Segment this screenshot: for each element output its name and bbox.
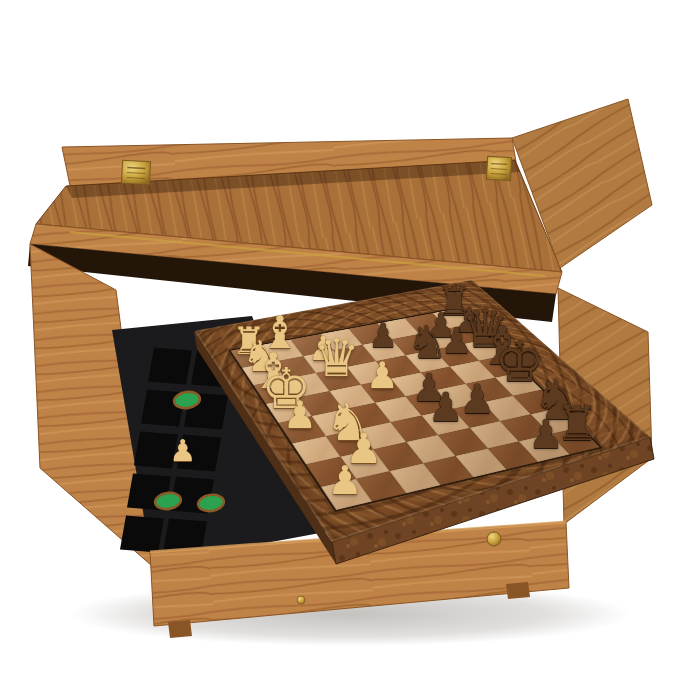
piece-white-P-h1[interactable]: ♟ <box>327 461 362 501</box>
box-foot-left <box>168 620 192 638</box>
brass-pin <box>297 596 305 604</box>
tray-slot <box>120 516 164 553</box>
tray-slot <box>148 348 192 385</box>
piece-black-N-c6[interactable]: ♞ <box>407 320 448 366</box>
piece-black-P-f6[interactable]: ♟ <box>459 380 495 420</box>
brass-plaque-right <box>486 156 511 180</box>
piece-white-P-e1[interactable]: ♟ <box>283 397 317 435</box>
piece-black-P-f5[interactable]: ♟ <box>428 387 464 427</box>
tray-standing-piece[interactable]: ♟ <box>170 436 197 466</box>
piece-white-P-d4[interactable]: ♟ <box>366 358 399 395</box>
brass-plaque-left <box>121 160 150 184</box>
chess-set-photo: ♜♟♛♝♚♞♜♟♟♟♞♟♟♟♟♟♟♛♝♞♟♜♞♝♚♟♟♟ <box>0 0 690 690</box>
piece-black-P-b5[interactable]: ♟ <box>368 320 398 354</box>
box-foot-right <box>506 582 530 599</box>
brass-medallion <box>487 532 501 546</box>
piece-white-Q-c3[interactable]: ♛ <box>313 333 360 385</box>
piece-black-P-h7[interactable]: ♟ <box>528 413 564 453</box>
